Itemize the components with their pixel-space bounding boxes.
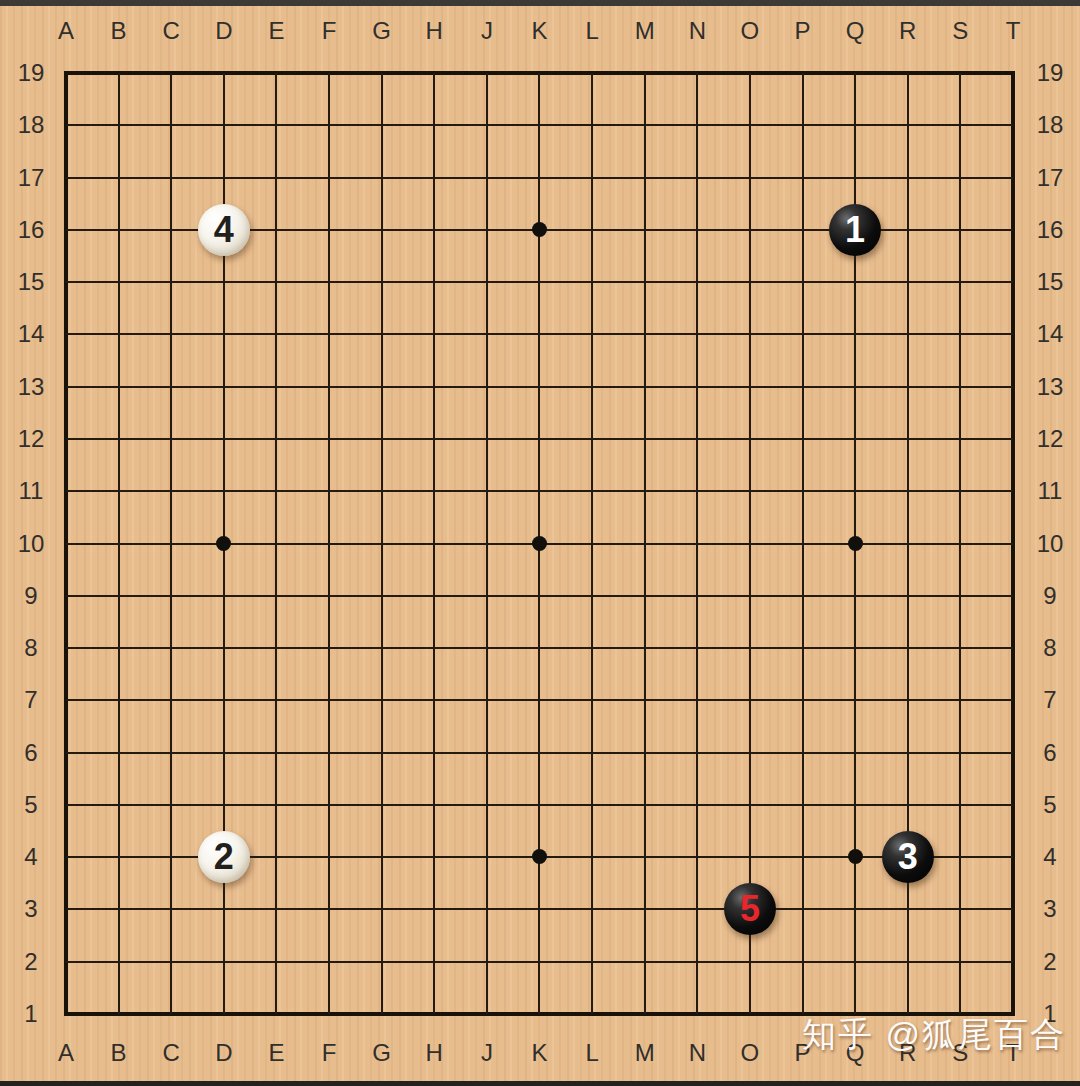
coordinate-label: E [268, 1039, 284, 1067]
white-stone-move-2[interactable]: 2 [198, 831, 250, 883]
coordinate-label: J [481, 1039, 493, 1067]
coordinate-label: 10 [18, 530, 45, 558]
coordinate-label: 9 [24, 582, 37, 610]
coordinate-label: N [689, 17, 706, 45]
coordinate-label: 18 [18, 111, 45, 139]
coordinate-label: 19 [18, 59, 45, 87]
coordinate-label: 17 [1037, 164, 1064, 192]
coordinate-label: L [585, 1039, 598, 1067]
coordinate-label: N [689, 1039, 706, 1067]
coordinate-label: 3 [24, 895, 37, 923]
coordinate-label: 11 [1038, 477, 1063, 505]
coordinate-label: K [531, 1039, 547, 1067]
coordinate-label: L [585, 17, 598, 45]
coordinate-label: 1 [24, 1000, 37, 1028]
coordinate-label: B [111, 17, 127, 45]
star-point [216, 536, 231, 551]
coordinate-label: D [215, 1039, 232, 1067]
coordinate-label: A [58, 17, 74, 45]
coordinate-label: 7 [24, 686, 37, 714]
coordinate-label: 5 [1043, 791, 1056, 819]
coordinate-label: F [322, 17, 337, 45]
top-letterbox-bar [0, 0, 1080, 6]
coordinate-label: 16 [1037, 216, 1064, 244]
coordinate-label: 12 [1037, 425, 1064, 453]
coordinate-label: R [899, 17, 916, 45]
coordinate-label: 17 [18, 164, 45, 192]
coordinate-label: S [952, 17, 968, 45]
coordinate-label: 14 [18, 320, 45, 348]
coordinate-label: E [268, 17, 284, 45]
coordinate-label: T [1006, 17, 1021, 45]
coordinate-label: 2 [24, 948, 37, 976]
coordinate-label: 14 [1037, 320, 1064, 348]
coordinate-label: J [481, 17, 493, 45]
coordinate-label: 4 [24, 843, 37, 871]
coordinate-label: F [322, 1039, 337, 1067]
go-board[interactable]: 12345 [40, 47, 1040, 1040]
coordinate-label: O [741, 17, 760, 45]
coordinate-label: H [426, 17, 443, 45]
star-point [532, 222, 547, 237]
coordinate-label: 11 [19, 477, 44, 505]
black-stone-move-1[interactable]: 1 [829, 204, 881, 256]
coordinate-label: 12 [18, 425, 45, 453]
coordinate-label: M [635, 17, 655, 45]
coordinate-label: 15 [18, 268, 45, 296]
watermark-text: 知乎 @狐尾百合 [802, 1012, 1066, 1058]
coordinate-label: Q [846, 17, 865, 45]
coordinate-label: A [58, 1039, 74, 1067]
coordinate-label: 7 [1043, 686, 1056, 714]
coordinate-label: 9 [1043, 582, 1056, 610]
bottom-letterbox-bar [0, 1081, 1080, 1086]
coordinate-label: 4 [1043, 843, 1056, 871]
coordinate-label: C [163, 1039, 180, 1067]
black-stone-move-3[interactable]: 3 [882, 831, 934, 883]
coordinate-label: G [372, 17, 391, 45]
coordinate-label: 5 [24, 791, 37, 819]
star-point [532, 849, 547, 864]
coordinate-label: H [426, 1039, 443, 1067]
coordinate-label: 10 [1037, 530, 1064, 558]
coordinate-label: O [741, 1039, 760, 1067]
coordinate-label: K [531, 17, 547, 45]
coordinate-label: 18 [1037, 111, 1064, 139]
coordinate-label: D [215, 17, 232, 45]
coordinate-label: B [111, 1039, 127, 1067]
coordinate-label: 6 [1043, 739, 1056, 767]
black-stone-move-5[interactable]: 5 [724, 883, 776, 935]
coordinate-label: 3 [1043, 895, 1056, 923]
star-point [848, 536, 863, 551]
coordinate-label: 6 [24, 739, 37, 767]
star-point [532, 536, 547, 551]
coordinate-label: 2 [1043, 948, 1056, 976]
coordinate-label: 15 [1037, 268, 1064, 296]
coordinate-label: 8 [24, 634, 37, 662]
coordinate-label: 8 [1043, 634, 1056, 662]
coordinate-label: 13 [1037, 373, 1064, 401]
star-point [848, 849, 863, 864]
white-stone-move-4[interactable]: 4 [198, 204, 250, 256]
coordinate-label: 19 [1037, 59, 1064, 87]
coordinate-label: 16 [18, 216, 45, 244]
coordinate-label: M [635, 1039, 655, 1067]
coordinate-label: G [372, 1039, 391, 1067]
coordinate-label: 13 [18, 373, 45, 401]
coordinate-label: C [163, 17, 180, 45]
coordinate-label: P [795, 17, 811, 45]
